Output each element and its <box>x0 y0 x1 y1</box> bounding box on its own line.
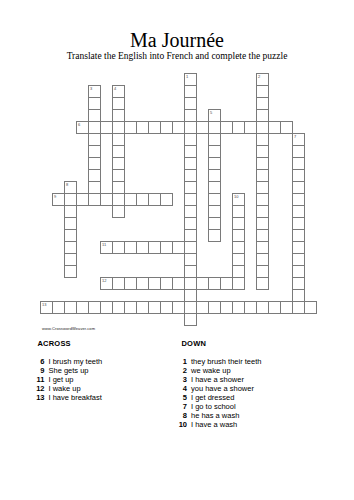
clue-number: 10 <box>173 420 187 429</box>
clue-number: 4 <box>173 384 187 393</box>
across-heading: ACROSS <box>38 339 71 348</box>
down-clue: 1they brush their teeth <box>173 357 333 366</box>
cell-clue-number: 1 <box>186 75 188 79</box>
grid-cell[interactable] <box>160 193 173 206</box>
cell-clue-number: 11 <box>102 243 106 247</box>
cell-clue-number: 8 <box>66 183 68 187</box>
grid-cell[interactable] <box>64 265 77 278</box>
cell-clue-number: 3 <box>90 87 92 91</box>
across-clue: 11I get up <box>31 375 181 384</box>
clue-number: 13 <box>31 393 45 402</box>
puzzle-subtitle: Translate the English into French and co… <box>0 51 354 62</box>
clue-number: 7 <box>173 402 187 411</box>
down-clue: 4you have a shower <box>173 384 333 393</box>
down-heading: DOWN <box>182 339 207 348</box>
puzzle-title: Ma Journée <box>0 30 354 51</box>
clue-text: he has a wash <box>191 411 239 420</box>
clue-number: 9 <box>31 366 45 375</box>
clue-number: 6 <box>31 357 45 366</box>
clue-text: I wake up <box>49 384 81 393</box>
clue-text: I have a shower <box>191 375 244 384</box>
cell-clue-number: 12 <box>102 279 106 283</box>
down-clue-list: 1they brush their teeth2we wake up3I hav… <box>173 357 333 429</box>
cell-clue-number: 6 <box>78 123 80 127</box>
down-clue: 8he has a wash <box>173 411 333 420</box>
clue-number: 2 <box>173 366 187 375</box>
across-clue: 13I have breakfast <box>31 393 181 402</box>
clue-text: I go to school <box>191 402 236 411</box>
down-clue: 7I go to school <box>173 402 333 411</box>
across-clue: 9She gets up <box>31 366 181 375</box>
down-clue: 3I have a shower <box>173 375 333 384</box>
crossword-grid: 12345678910111213 <box>40 73 317 326</box>
cell-clue-number: 5 <box>210 111 212 115</box>
cell-clue-number: 7 <box>294 135 296 139</box>
cell-clue-number: 13 <box>42 303 46 307</box>
cell-clue-number: 4 <box>114 87 116 91</box>
clue-number: 11 <box>31 375 45 384</box>
clue-text: we wake up <box>191 366 231 375</box>
grid-cell[interactable] <box>112 205 125 218</box>
grid-cell[interactable] <box>208 229 221 242</box>
clue-text: I have a wash <box>191 420 237 429</box>
down-clue: 2we wake up <box>173 366 333 375</box>
clue-number: 1 <box>173 357 187 366</box>
cell-clue-number: 10 <box>234 195 238 199</box>
down-clue: 10I have a wash <box>173 420 333 429</box>
clue-text: you have a shower <box>191 384 254 393</box>
clue-text: I get dressed <box>191 393 234 402</box>
cell-clue-number: 2 <box>258 75 260 79</box>
clue-text: I get up <box>49 375 74 384</box>
clue-text: I have breakfast <box>49 393 102 402</box>
cell-clue-number: 9 <box>54 195 56 199</box>
across-clue-list: 6I brush my teeth9She gets up11I get up1… <box>31 357 181 402</box>
website-credit: www.CrosswordWeaver.com <box>42 326 95 331</box>
page: Ma Journée Translate the English into Fr… <box>0 0 354 500</box>
clue-text: they brush their teeth <box>191 357 261 366</box>
grid-cell[interactable] <box>256 277 269 290</box>
grid-cell[interactable] <box>232 277 245 290</box>
clue-number: 8 <box>173 411 187 420</box>
across-clue: 12I wake up <box>31 384 181 393</box>
clue-text: I brush my teeth <box>49 357 103 366</box>
clue-text: She gets up <box>49 366 89 375</box>
down-clue: 5I get dressed <box>173 393 333 402</box>
across-clue: 6I brush my teeth <box>31 357 181 366</box>
clue-number: 3 <box>173 375 187 384</box>
clue-number: 5 <box>173 393 187 402</box>
grid-cell[interactable] <box>304 301 317 314</box>
clue-number: 12 <box>31 384 45 393</box>
grid-cell[interactable] <box>184 313 197 326</box>
